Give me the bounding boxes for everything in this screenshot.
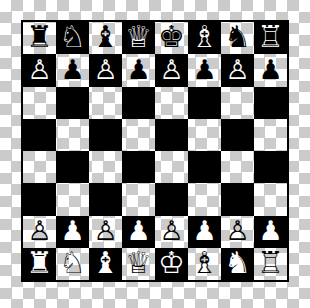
white-pawn-icon: ♙ xyxy=(225,217,249,244)
square-h8: ♖ xyxy=(254,22,287,54)
square-h1: ♖ xyxy=(254,248,287,280)
white-rook-icon: ♜ xyxy=(26,248,53,278)
black-bishop-icon: ♝ xyxy=(92,22,119,52)
square-g6 xyxy=(221,87,254,119)
square-a5 xyxy=(23,119,56,151)
square-e5 xyxy=(155,119,188,151)
black-king-icon: ♚ xyxy=(158,22,185,52)
white-bishop-icon: ♗ xyxy=(191,248,218,278)
square-c8: ♝ xyxy=(89,22,122,54)
white-knight-icon: ♘ xyxy=(59,248,86,278)
square-f5 xyxy=(188,119,221,151)
white-pawn-icon: ♟ xyxy=(258,217,282,244)
black-pawn-icon: ♟ xyxy=(192,56,216,83)
square-g2: ♙ xyxy=(221,216,254,248)
white-queen-icon: ♕ xyxy=(125,248,152,278)
square-b8: ♘ xyxy=(56,22,89,54)
black-pawn-icon: ♟ xyxy=(126,56,150,83)
square-d4 xyxy=(122,151,155,183)
square-a6 xyxy=(23,87,56,119)
square-f2: ♟ xyxy=(188,216,221,248)
square-a2: ♙ xyxy=(23,216,56,248)
black-pawn-icon: ♙ xyxy=(27,56,51,83)
square-f3 xyxy=(188,183,221,215)
white-pawn-icon: ♙ xyxy=(159,217,183,244)
square-e8: ♚ xyxy=(155,22,188,54)
white-pawn-icon: ♟ xyxy=(192,217,216,244)
square-c4 xyxy=(89,151,122,183)
square-e7: ♙ xyxy=(155,54,188,86)
square-b6 xyxy=(56,87,89,119)
square-c3 xyxy=(89,183,122,215)
white-pawn-icon: ♟ xyxy=(60,217,84,244)
square-g5 xyxy=(221,119,254,151)
transparency-background: ♜♘♝♕♚♗♞♖♙♟♙♟♙♟♙♟♙♟♙♟♙♟♙♟♜♘♝♕♔♗♞♖ xyxy=(0,0,310,308)
square-d1: ♕ xyxy=(122,248,155,280)
black-pawn-icon: ♟ xyxy=(258,56,282,83)
square-f1: ♗ xyxy=(188,248,221,280)
square-f8: ♗ xyxy=(188,22,221,54)
square-b5 xyxy=(56,119,89,151)
square-f4 xyxy=(188,151,221,183)
square-h2: ♟ xyxy=(254,216,287,248)
square-b2: ♟ xyxy=(56,216,89,248)
white-knight-icon: ♞ xyxy=(224,248,251,278)
black-bishop-icon: ♗ xyxy=(191,22,218,52)
square-d8: ♕ xyxy=(122,22,155,54)
chess-board: ♜♘♝♕♚♗♞♖♙♟♙♟♙♟♙♟♙♟♙♟♙♟♙♟♜♘♝♕♔♗♞♖ xyxy=(21,20,289,282)
square-h5 xyxy=(254,119,287,151)
square-c5 xyxy=(89,119,122,151)
square-g1: ♞ xyxy=(221,248,254,280)
white-rook-icon: ♖ xyxy=(257,248,284,278)
white-king-icon: ♔ xyxy=(158,248,185,278)
white-bishop-icon: ♝ xyxy=(92,248,119,278)
square-e4 xyxy=(155,151,188,183)
black-pawn-icon: ♙ xyxy=(159,56,183,83)
square-a3 xyxy=(23,183,56,215)
square-b1: ♘ xyxy=(56,248,89,280)
square-a8: ♜ xyxy=(23,22,56,54)
square-f6 xyxy=(188,87,221,119)
square-e1: ♔ xyxy=(155,248,188,280)
square-e6 xyxy=(155,87,188,119)
square-c2: ♙ xyxy=(89,216,122,248)
square-e3 xyxy=(155,183,188,215)
square-d6 xyxy=(122,87,155,119)
square-b4 xyxy=(56,151,89,183)
square-h3 xyxy=(254,183,287,215)
square-b7: ♟ xyxy=(56,54,89,86)
square-h7: ♟ xyxy=(254,54,287,86)
square-g8: ♞ xyxy=(221,22,254,54)
black-rook-icon: ♖ xyxy=(257,22,284,52)
square-d2: ♟ xyxy=(122,216,155,248)
square-g3 xyxy=(221,183,254,215)
square-a7: ♙ xyxy=(23,54,56,86)
square-c1: ♝ xyxy=(89,248,122,280)
square-c6 xyxy=(89,87,122,119)
black-pawn-icon: ♙ xyxy=(93,56,117,83)
square-f7: ♟ xyxy=(188,54,221,86)
square-a4 xyxy=(23,151,56,183)
square-c7: ♙ xyxy=(89,54,122,86)
black-queen-icon: ♕ xyxy=(125,22,152,52)
square-e2: ♙ xyxy=(155,216,188,248)
black-pawn-icon: ♙ xyxy=(225,56,249,83)
square-d5 xyxy=(122,119,155,151)
black-rook-icon: ♜ xyxy=(26,22,53,52)
white-pawn-icon: ♙ xyxy=(27,217,51,244)
square-g4 xyxy=(221,151,254,183)
square-h4 xyxy=(254,151,287,183)
square-d3 xyxy=(122,183,155,215)
square-d7: ♟ xyxy=(122,54,155,86)
black-knight-icon: ♞ xyxy=(224,22,251,52)
white-pawn-icon: ♙ xyxy=(93,217,117,244)
black-knight-icon: ♘ xyxy=(59,22,86,52)
black-pawn-icon: ♟ xyxy=(60,56,84,83)
square-g7: ♙ xyxy=(221,54,254,86)
square-h6 xyxy=(254,87,287,119)
square-b3 xyxy=(56,183,89,215)
square-a1: ♜ xyxy=(23,248,56,280)
white-pawn-icon: ♟ xyxy=(126,217,150,244)
